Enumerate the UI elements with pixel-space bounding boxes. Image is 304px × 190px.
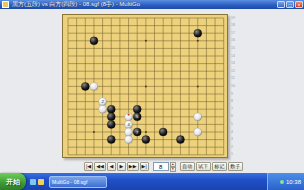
toolbar-separator [150, 162, 152, 171]
quick-launch-icon[interactable] [38, 179, 44, 185]
stone-black-c6-r13[interactable] [107, 105, 115, 113]
stone-black-c12-r16[interactable] [159, 128, 167, 136]
system-tray: 10:38 [267, 173, 304, 190]
taskbar-clock: 10:38 [286, 179, 301, 185]
nav-forward-button[interactable]: ▶ [117, 162, 126, 171]
stone-black-c9-r13[interactable] [133, 105, 141, 113]
stone-black-c6-r14[interactable] [107, 113, 115, 121]
stone-white-c16-r14[interactable] [194, 113, 202, 121]
coordinate-label: 11 [231, 76, 235, 80]
nav-back10-button[interactable]: ◀◀ [94, 162, 106, 171]
stone-black-c6-r15[interactable] [107, 120, 115, 128]
hoshi-point [145, 131, 147, 133]
nav-last-button[interactable]: ▶| [140, 162, 149, 171]
coordinate-label: 19 [231, 16, 235, 20]
close-button[interactable]: × [295, 1, 303, 8]
start-button[interactable]: 开始 [0, 173, 26, 190]
title-bar: 黑方(五段) vs 白方(四段) - 08.sgf (8手) - MultiGo… [0, 0, 304, 9]
maximize-button[interactable]: □ [286, 1, 294, 8]
coordinate-label: 16 [231, 38, 235, 42]
coordinate-label: 2 [231, 145, 233, 149]
task-buttons: MultiGo - 08.sgf [49, 176, 267, 188]
spinner-down-button[interactable]: ▼ [170, 167, 176, 172]
window-title: 黑方(五段) vs 白方(四段) - 08.sgf (8手) - MultiGo [12, 1, 277, 8]
coordinate-label: 10 [231, 84, 235, 88]
stone-black-c10-r17[interactable] [142, 136, 150, 144]
hoshi-point [197, 40, 199, 42]
last-move-marker [127, 114, 129, 116]
desktop: 黑方(五段) vs 白方(四段) - 08.sgf (8手) - MultiGo… [0, 0, 304, 190]
coordinate-label: 5 [231, 122, 233, 126]
coordinate-label: 14 [231, 54, 235, 58]
taskbar: 开始 MultiGo - 08.sgf 10:38 [0, 173, 304, 190]
command-button-1[interactable]: 自动 [180, 162, 195, 171]
navigation-toolbar: |◀◀◀◀▶▶▶▶|8▲▼自动试下标记数子 [84, 161, 243, 172]
hoshi-point [93, 131, 95, 133]
coordinate-label: 17 [231, 31, 235, 35]
stone-black-c4-r4[interactable] [90, 37, 98, 45]
hoshi-point [145, 40, 147, 42]
quick-launch-area [30, 179, 44, 185]
stone-black-c6-r17[interactable] [107, 136, 115, 144]
nav-forward10-button[interactable]: ▶▶ [127, 162, 139, 171]
coordinate-label: 6 [231, 114, 233, 118]
quick-launch-icon[interactable] [30, 179, 36, 185]
hoshi-point [145, 85, 147, 87]
stone-white-c16-r16[interactable] [194, 128, 202, 136]
toolbar-separator [177, 162, 179, 171]
stone-white-c8-r16[interactable] [125, 128, 133, 136]
coordinate-label: 13 [231, 61, 235, 65]
coordinate-label: 9 [231, 92, 233, 96]
command-button-4[interactable]: 数子 [228, 162, 243, 171]
stone-black-c16-r3[interactable] [194, 29, 202, 37]
command-button-3[interactable]: 标记 [212, 162, 227, 171]
go-board[interactable]: 2457 [62, 14, 228, 158]
coordinate-label: 3 [231, 137, 233, 141]
coordinate-label: 18 [231, 23, 235, 27]
move-number-field[interactable]: 8 [153, 162, 169, 171]
stone-black-c3-r10[interactable] [81, 82, 89, 90]
nav-first-button[interactable]: |◀ [84, 162, 93, 171]
coordinate-label: 8 [231, 99, 233, 103]
coordinate-label: 15 [231, 46, 235, 50]
taskbar-window-button[interactable]: MultiGo - 08.sgf [49, 176, 107, 188]
coordinate-label: 7 [231, 107, 233, 111]
stone-white-c5-r13[interactable] [99, 105, 107, 113]
coordinate-label: 12 [231, 69, 235, 73]
hoshi-point [197, 85, 199, 87]
tray-icon[interactable] [280, 180, 284, 184]
minimize-button[interactable]: _ [277, 1, 285, 8]
go-board-svg[interactable]: 2457 [63, 15, 227, 157]
nav-back-button[interactable]: ◀ [107, 162, 116, 171]
coordinate-labels-svg: 19181716151413121110987654321 [230, 14, 242, 160]
stone-white-c4-r10[interactable] [90, 82, 98, 90]
stone-black-c14-r17[interactable] [176, 136, 184, 144]
coordinate-label: 4 [231, 130, 233, 134]
coordinate-label: 1 [231, 152, 233, 156]
move-spinner: ▲▼ [170, 162, 176, 171]
app-icon [2, 1, 9, 8]
stone-white-c8-r17[interactable] [125, 136, 133, 144]
board-coordinates-right: 19181716151413121110987654321 [230, 14, 242, 160]
command-button-2[interactable]: 试下 [196, 162, 211, 171]
